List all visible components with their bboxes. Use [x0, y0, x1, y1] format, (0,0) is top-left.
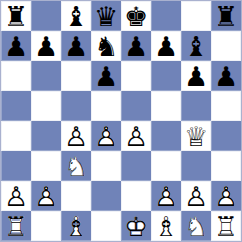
- square-g5[interactable]: [181, 91, 211, 121]
- square-g8[interactable]: [181, 1, 211, 31]
- black-pawn-fill-glyph: ♟: [91, 61, 121, 91]
- black-pawn-fill-glyph: ♟: [31, 31, 61, 61]
- piece-black-pawn-icon[interactable]: ♟: [211, 61, 241, 91]
- black-rook-fill-glyph: ♜: [1, 1, 31, 31]
- piece-white-queen-icon[interactable]: ♛♕: [181, 121, 211, 151]
- piece-white-pawn-icon[interactable]: ♟♙: [151, 181, 181, 211]
- square-b1[interactable]: [31, 211, 61, 241]
- white-rook-outline-glyph: ♖: [1, 211, 31, 241]
- piece-white-pawn-icon[interactable]: ♟♙: [31, 181, 61, 211]
- piece-black-pawn-icon[interactable]: ♟: [31, 31, 61, 61]
- square-f6[interactable]: [151, 61, 181, 91]
- piece-black-pawn-icon[interactable]: ♟: [61, 31, 91, 61]
- piece-black-rook-icon[interactable]: ♜: [1, 1, 31, 31]
- square-g7[interactable]: ♝: [181, 31, 211, 61]
- square-g2[interactable]: ♟♙: [181, 181, 211, 211]
- black-rook-fill-glyph: ♜: [211, 1, 241, 31]
- square-b8[interactable]: [31, 1, 61, 31]
- square-c5[interactable]: [61, 91, 91, 121]
- piece-black-pawn-icon[interactable]: ♟: [181, 61, 211, 91]
- square-a8[interactable]: ♜: [1, 1, 31, 31]
- piece-black-rook-icon[interactable]: ♜: [211, 1, 241, 31]
- piece-white-pawn-icon[interactable]: ♟♙: [121, 121, 151, 151]
- white-pawn-outline-glyph: ♙: [61, 121, 91, 151]
- white-rook-outline-glyph: ♖: [211, 211, 241, 241]
- square-g3[interactable]: [181, 151, 211, 181]
- white-knight-outline-glyph: ♘: [181, 211, 211, 241]
- black-bishop-fill-glyph: ♝: [181, 31, 211, 61]
- white-knight-outline-glyph: ♘: [61, 151, 91, 181]
- square-f1[interactable]: ♝♗: [151, 211, 181, 241]
- white-bishop-outline-glyph: ♗: [151, 211, 181, 241]
- piece-black-bishop-icon[interactable]: ♝: [181, 31, 211, 61]
- piece-black-knight-icon[interactable]: ♞: [91, 31, 121, 61]
- square-e8[interactable]: ♚: [121, 1, 151, 31]
- piece-white-knight-icon[interactable]: ♞♘: [61, 151, 91, 181]
- white-pawn-outline-glyph: ♙: [181, 181, 211, 211]
- white-pawn-outline-glyph: ♙: [121, 121, 151, 151]
- square-a5[interactable]: [1, 91, 31, 121]
- piece-black-pawn-icon[interactable]: ♟: [91, 61, 121, 91]
- square-b5[interactable]: [31, 91, 61, 121]
- square-f2[interactable]: ♟♙: [151, 181, 181, 211]
- square-g1[interactable]: ♞♘: [181, 211, 211, 241]
- square-h6[interactable]: ♟: [211, 61, 241, 91]
- square-e5[interactable]: [121, 91, 151, 121]
- black-pawn-fill-glyph: ♟: [121, 31, 151, 61]
- square-e6[interactable]: [121, 61, 151, 91]
- square-d5[interactable]: [91, 91, 121, 121]
- piece-white-pawn-icon[interactable]: ♟♙: [211, 181, 241, 211]
- piece-white-rook-icon[interactable]: ♜♖: [211, 211, 241, 241]
- square-c3[interactable]: ♞♘: [61, 151, 91, 181]
- square-a7[interactable]: ♟: [1, 31, 31, 61]
- white-pawn-outline-glyph: ♙: [91, 121, 121, 151]
- square-h4[interactable]: [211, 121, 241, 151]
- piece-white-pawn-icon[interactable]: ♟♙: [61, 121, 91, 151]
- square-h5[interactable]: [211, 91, 241, 121]
- square-f3[interactable]: [151, 151, 181, 181]
- black-pawn-fill-glyph: ♟: [151, 31, 181, 61]
- black-king-fill-glyph: ♚: [121, 1, 151, 31]
- piece-white-pawn-icon[interactable]: ♟♙: [181, 181, 211, 211]
- black-pawn-fill-glyph: ♟: [1, 31, 31, 61]
- square-f8[interactable]: [151, 1, 181, 31]
- white-pawn-outline-glyph: ♙: [211, 181, 241, 211]
- square-a3[interactable]: [1, 151, 31, 181]
- white-queen-outline-glyph: ♕: [181, 121, 211, 151]
- black-queen-fill-glyph: ♛: [91, 1, 121, 31]
- black-knight-fill-glyph: ♞: [91, 31, 121, 61]
- square-g6[interactable]: ♟: [181, 61, 211, 91]
- square-b4[interactable]: [31, 121, 61, 151]
- square-e7[interactable]: ♟: [121, 31, 151, 61]
- square-c4[interactable]: ♟♙: [61, 121, 91, 151]
- square-b6[interactable]: [31, 61, 61, 91]
- piece-white-pawn-icon[interactable]: ♟♙: [91, 121, 121, 151]
- white-pawn-outline-glyph: ♙: [151, 181, 181, 211]
- square-a6[interactable]: [1, 61, 31, 91]
- square-d1[interactable]: [91, 211, 121, 241]
- chess-board: ♜♝♛♚♜♟♟♟♞♟♟♝♟♟♟♟♙♟♙♟♙♛♕♞♘♟♙♟♙♟♙♟♙♟♙♜♖♝♗♚…: [0, 0, 242, 242]
- black-pawn-fill-glyph: ♟: [211, 61, 241, 91]
- black-bishop-fill-glyph: ♝: [61, 1, 91, 31]
- square-d7[interactable]: ♞: [91, 31, 121, 61]
- black-pawn-fill-glyph: ♟: [61, 31, 91, 61]
- square-e1[interactable]: ♚♔: [121, 211, 151, 241]
- square-d4[interactable]: ♟♙: [91, 121, 121, 151]
- piece-black-pawn-icon[interactable]: ♟: [121, 31, 151, 61]
- piece-white-pawn-icon[interactable]: ♟♙: [1, 181, 31, 211]
- square-b7[interactable]: ♟: [31, 31, 61, 61]
- piece-black-queen-icon[interactable]: ♛: [91, 1, 121, 31]
- piece-white-bishop-icon[interactable]: ♝♗: [61, 211, 91, 241]
- square-d8[interactable]: ♛: [91, 1, 121, 31]
- white-pawn-outline-glyph: ♙: [31, 181, 61, 211]
- square-a4[interactable]: [1, 121, 31, 151]
- piece-white-rook-icon[interactable]: ♜♖: [1, 211, 31, 241]
- square-d3[interactable]: [91, 151, 121, 181]
- black-pawn-fill-glyph: ♟: [181, 61, 211, 91]
- square-e3[interactable]: [121, 151, 151, 181]
- square-e2[interactable]: [121, 181, 151, 211]
- square-c7[interactable]: ♟: [61, 31, 91, 61]
- square-a1[interactable]: ♜♖: [1, 211, 31, 241]
- square-d2[interactable]: [91, 181, 121, 211]
- square-c2[interactable]: [61, 181, 91, 211]
- piece-black-king-icon[interactable]: ♚: [121, 1, 151, 31]
- white-bishop-outline-glyph: ♗: [61, 211, 91, 241]
- piece-black-pawn-icon[interactable]: ♟: [1, 31, 31, 61]
- square-c8[interactable]: ♝: [61, 1, 91, 31]
- square-c1[interactable]: ♝♗: [61, 211, 91, 241]
- square-h1[interactable]: ♜♖: [211, 211, 241, 241]
- white-king-outline-glyph: ♔: [121, 211, 151, 241]
- square-h8[interactable]: ♜: [211, 1, 241, 31]
- white-pawn-outline-glyph: ♙: [1, 181, 31, 211]
- square-h7[interactable]: [211, 31, 241, 61]
- piece-black-pawn-icon[interactable]: ♟: [151, 31, 181, 61]
- square-b3[interactable]: [31, 151, 61, 181]
- square-a2[interactable]: ♟♙: [1, 181, 31, 211]
- square-c6[interactable]: [61, 61, 91, 91]
- square-h2[interactable]: ♟♙: [211, 181, 241, 211]
- square-f5[interactable]: [151, 91, 181, 121]
- square-f7[interactable]: ♟: [151, 31, 181, 61]
- square-b2[interactable]: ♟♙: [31, 181, 61, 211]
- piece-white-knight-icon[interactable]: ♞♘: [181, 211, 211, 241]
- square-e4[interactable]: ♟♙: [121, 121, 151, 151]
- square-f4[interactable]: [151, 121, 181, 151]
- square-h3[interactable]: [211, 151, 241, 181]
- piece-white-bishop-icon[interactable]: ♝♗: [151, 211, 181, 241]
- piece-black-bishop-icon[interactable]: ♝: [61, 1, 91, 31]
- square-g4[interactable]: ♛♕: [181, 121, 211, 151]
- piece-white-king-icon[interactable]: ♚♔: [121, 211, 151, 241]
- square-d6[interactable]: ♟: [91, 61, 121, 91]
